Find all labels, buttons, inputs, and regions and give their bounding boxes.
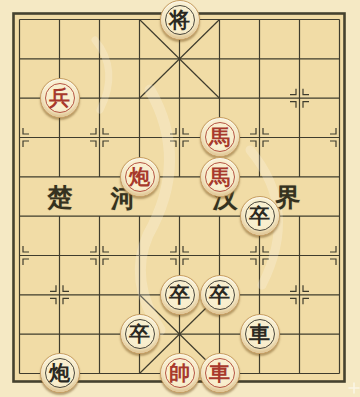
piece-glyph: 車 (201, 354, 239, 392)
piece-glyph: 卒 (241, 197, 279, 235)
piece-glyph: 馬 (201, 118, 239, 156)
piece-black-pawn-3[interactable]: 卒 (200, 275, 240, 315)
piece-red-cannon[interactable]: 炮 (120, 157, 160, 197)
piece-glyph: 卒 (161, 276, 199, 314)
piece-black-general[interactable]: 将 (160, 0, 200, 40)
piece-glyph: 卒 (121, 315, 159, 353)
piece-glyph: 炮 (41, 354, 79, 392)
piece-red-pawn[interactable]: 兵 (40, 78, 80, 118)
piece-red-general[interactable]: 帥 (160, 353, 200, 393)
piece-red-horse-1[interactable]: 馬 (200, 117, 240, 157)
piece-glyph: 炮 (121, 158, 159, 196)
piece-black-pawn-4[interactable]: 卒 (120, 314, 160, 354)
piece-glyph: 馬 (201, 158, 239, 196)
river-label-chu: 楚 (48, 181, 73, 214)
piece-glyph: 帥 (161, 354, 199, 392)
watermark-plus-icon (349, 383, 359, 393)
piece-black-cannon[interactable]: 炮 (40, 353, 80, 393)
piece-black-chariot[interactable]: 車 (240, 314, 280, 354)
piece-glyph: 車 (241, 315, 279, 353)
piece-glyph: 将 (161, 1, 199, 39)
xiangqi-board: 楚 河 汉 界 将兵馬炮馬卒卒卒卒車炮帥車 (0, 0, 360, 397)
river-label-jie: 界 (276, 181, 301, 214)
piece-glyph: 卒 (201, 276, 239, 314)
piece-glyph: 兵 (41, 79, 79, 117)
piece-red-chariot[interactable]: 車 (200, 353, 240, 393)
piece-red-horse-2[interactable]: 馬 (200, 157, 240, 197)
piece-black-pawn-2[interactable]: 卒 (160, 275, 200, 315)
piece-black-pawn-1[interactable]: 卒 (240, 196, 280, 236)
